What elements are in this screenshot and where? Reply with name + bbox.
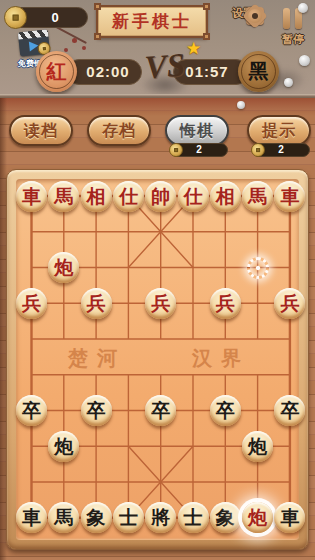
river-label-chuhe: 楚河 xyxy=(42,345,152,372)
piece-i4[interactable]: 兵 xyxy=(274,288,305,319)
piece-f10[interactable]: 士 xyxy=(178,502,209,533)
bead-decoration xyxy=(284,78,293,87)
piece-a7[interactable]: 卒 xyxy=(16,395,47,426)
blossom-decoration xyxy=(64,48,68,52)
video-clapperboard-icon xyxy=(18,29,50,56)
piece-d1[interactable]: 仕 xyxy=(113,181,144,212)
piece-c4[interactable]: 兵 xyxy=(81,288,112,319)
piece-b1[interactable]: 馬 xyxy=(48,181,79,212)
pause-button[interactable]: 暂停 xyxy=(271,4,315,47)
load-button[interactable]: 读档 xyxy=(9,115,73,146)
piece-g4[interactable]: 兵 xyxy=(210,288,241,319)
piece-e7[interactable]: 卒 xyxy=(145,395,176,426)
red-timer: 02:00 xyxy=(66,59,142,85)
piece-i1[interactable]: 車 xyxy=(274,181,305,212)
piece-a1[interactable]: 車 xyxy=(16,181,47,212)
hint-button[interactable]: 提示 xyxy=(247,115,311,146)
undo-button[interactable]: 悔棋 xyxy=(165,115,229,146)
xiangqi-board[interactable]: 楚河 汉界 車馬相仕帥仕相馬車炮兵兵兵兵兵卒卒卒卒卒炮炮車馬象士將士象炮車 xyxy=(16,179,299,540)
coin-icon xyxy=(4,6,27,29)
river-label-hanjie: 汉界 xyxy=(166,345,276,372)
piece-h1[interactable]: 馬 xyxy=(242,181,273,212)
vs-label: VS xyxy=(142,47,188,87)
piece-g1[interactable]: 相 xyxy=(210,181,241,212)
blossom-decoration xyxy=(82,46,86,50)
plaque-ornament xyxy=(203,3,210,10)
bead-decoration xyxy=(298,3,308,13)
piece-b8[interactable]: 炮 xyxy=(48,431,79,462)
piece-c7[interactable]: 卒 xyxy=(81,395,112,426)
bead-decoration xyxy=(299,55,310,66)
pause-icon xyxy=(271,6,315,30)
undo-cost-badge: 2 xyxy=(170,143,228,157)
black-player-piece: 黑 xyxy=(238,51,279,92)
red-player-piece: 紅 xyxy=(36,51,77,92)
piece-d10[interactable]: 士 xyxy=(113,502,144,533)
move-origin-marker-h3 xyxy=(247,257,269,279)
hint-cost-badge: 2 xyxy=(252,143,310,157)
piece-g10[interactable]: 象 xyxy=(210,502,241,533)
piece-c10[interactable]: 象 xyxy=(81,502,112,533)
piece-e1[interactable]: 帥 xyxy=(145,181,176,212)
hint-cost: 2 xyxy=(278,144,284,155)
save-button[interactable]: 存档 xyxy=(87,115,151,146)
piece-c1[interactable]: 相 xyxy=(81,181,112,212)
coin-icon xyxy=(169,143,183,157)
title-plaque: 新手棋士 xyxy=(96,5,208,38)
plaque-ornament xyxy=(203,33,210,40)
blossom-decoration xyxy=(72,38,77,43)
piece-a4[interactable]: 兵 xyxy=(16,288,47,319)
undo-cost: 2 xyxy=(196,144,202,155)
plaque-ornament xyxy=(94,3,101,10)
star-icon: ★ xyxy=(186,38,201,59)
settings-button[interactable]: 设置 xyxy=(221,4,265,21)
coin-icon xyxy=(251,143,265,157)
page-title: 新手棋士 xyxy=(98,7,206,36)
piece-g7[interactable]: 卒 xyxy=(210,395,241,426)
piece-f1[interactable]: 仕 xyxy=(178,181,209,212)
piece-h8[interactable]: 炮 xyxy=(242,431,273,462)
xiangqi-app: 0 新手棋士 设置 暂停 免费铜钱 02:00 01:57 紅 黑 VS xyxy=(0,0,315,560)
pause-label: 暂停 xyxy=(271,32,315,47)
bead-decoration xyxy=(237,101,245,109)
header: 0 新手棋士 设置 暂停 免费铜钱 02:00 01:57 紅 黑 VS xyxy=(0,0,315,98)
piece-e4[interactable]: 兵 xyxy=(145,288,176,319)
plaque-ornament xyxy=(94,33,101,40)
